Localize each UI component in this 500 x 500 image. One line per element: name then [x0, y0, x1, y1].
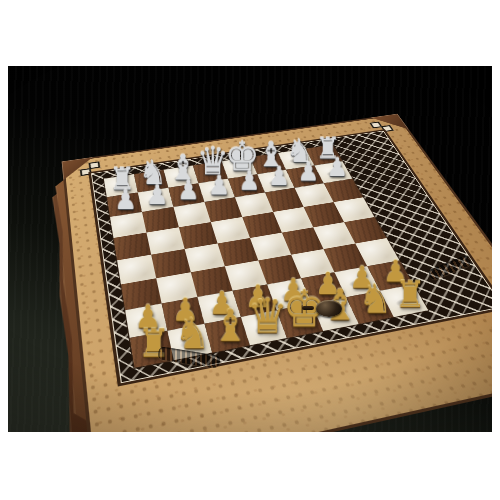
- square-c1: ♝: [205, 317, 250, 353]
- board-top: ♜♞♝♛♚♝♞♜♟♟♟♟♟♟♟♟♟♟♟♟♟♟♟♟♜♞♝♛♚♝♞♜: [62, 114, 492, 432]
- piece-white-rook: ♜: [394, 278, 425, 312]
- piece-black-pawn: ♟: [208, 174, 231, 198]
- piece-black-pawn: ♟: [238, 169, 260, 193]
- piece-black-pawn: ♟: [146, 183, 169, 208]
- square-h4: [344, 217, 386, 243]
- square-e5: [242, 212, 282, 238]
- square-c6: [173, 202, 210, 227]
- chess-scene: ♜♞♝♛♚♝♞♜♟♟♟♟♟♟♟♟♟♟♟♟♟♟♟♟♜♞♝♛♚♝♞♜: [8, 66, 492, 432]
- piece-black-pawn: ♟: [326, 156, 348, 180]
- piece-black-pawn: ♟: [268, 165, 290, 189]
- piece-black-pawn: ♟: [297, 160, 319, 184]
- square-h5: [334, 197, 375, 222]
- piece-white-queen: ♛: [247, 295, 288, 339]
- photo-area: ♜♞♝♛♚♝♞♜♟♟♟♟♟♟♟♟♟♟♟♟♟♟♟♟♜♞♝♛♚♝♞♜: [8, 66, 492, 432]
- piece-white-bishop: ♝: [212, 306, 250, 346]
- checker-field: ♜♞♝♛♚♝♞♜♟♟♟♟♟♟♟♟♟♟♟♟♟♟♟♟♜♞♝♛♚♝♞♜: [104, 145, 428, 368]
- square-d4: [218, 238, 259, 266]
- piece-white-knight: ♞: [358, 281, 392, 318]
- chess-box: ♜♞♝♛♚♝♞♜♟♟♟♟♟♟♟♟♟♟♟♟♟♟♟♟♜♞♝♛♚♝♞♜: [62, 120, 492, 422]
- piece-black-pawn: ♟: [114, 188, 137, 213]
- drawer-handle: [316, 300, 342, 317]
- piece-black-pawn: ♟: [177, 178, 200, 203]
- piece-white-knight: ♞: [174, 315, 210, 354]
- diamond-inlay-band: ♜♞♝♛♚♝♞♜♟♟♟♟♟♟♟♟♟♟♟♟♟♟♟♟♜♞♝♛♚♝♞♜: [91, 131, 492, 384]
